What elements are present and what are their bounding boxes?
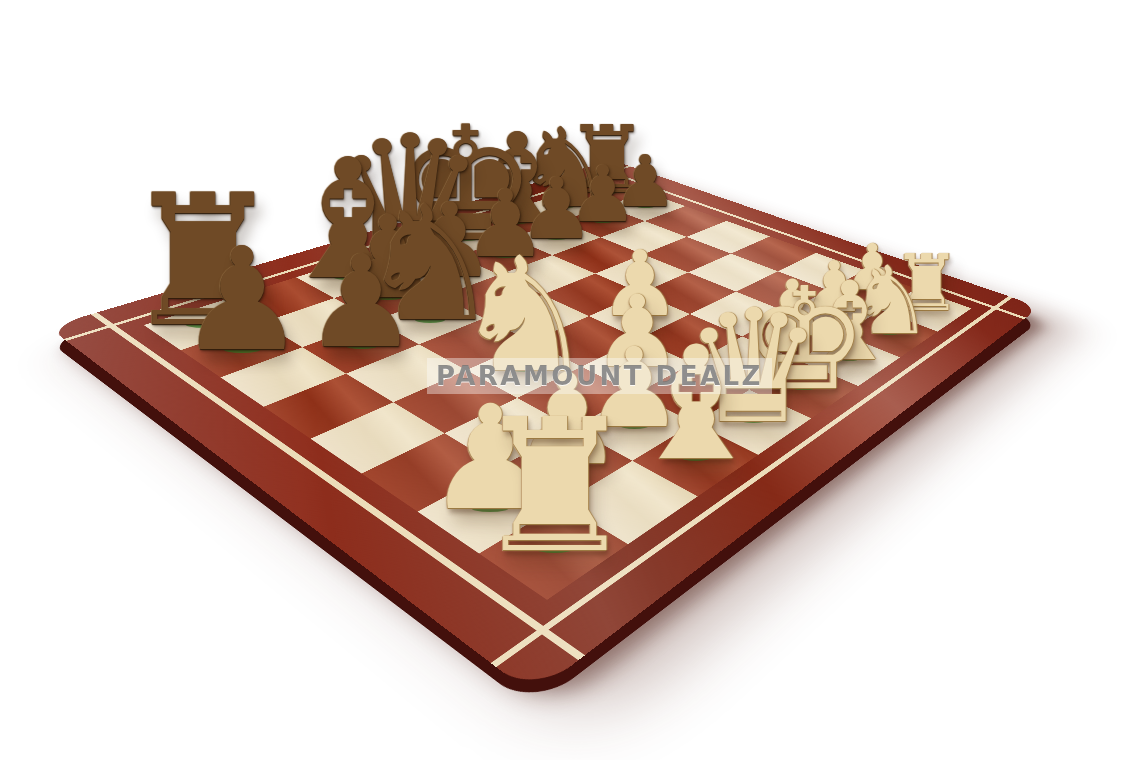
piece-black-pawn-a7[interactable]: ♟ bbox=[171, 229, 314, 372]
piece-white-rook-a1[interactable]: ♜ bbox=[463, 395, 647, 579]
chess-set-product-photo: ♜♝♛♚♝♞♜♟♟♟♟♟♟♟♟♞♞♟♟♟♟♟♟♟♟♜♝♛♚♝♞♜ PARAMOU… bbox=[0, 0, 1140, 760]
watermark: PARAMOUNT DEALZ bbox=[427, 358, 772, 394]
piece-black-pawn-b6[interactable]: ♟ bbox=[297, 239, 425, 367]
